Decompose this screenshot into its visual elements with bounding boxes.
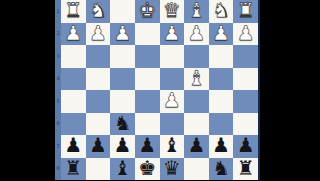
black-pawn-piece: ♟: [89, 135, 107, 155]
square-g5[interactable]: [86, 90, 111, 113]
square-d7[interactable]: ♝: [160, 135, 185, 158]
white-pawn-piece: ♟: [163, 90, 181, 110]
white-pawn-piece: ♟: [89, 23, 107, 43]
square-a5[interactable]: [233, 90, 258, 113]
white-queen-piece: ♛: [163, 0, 181, 20]
square-e2[interactable]: [135, 23, 160, 46]
square-a4[interactable]: [233, 68, 258, 91]
square-h2[interactable]: ♟: [61, 23, 86, 46]
square-a1[interactable]: ♜: [233, 0, 258, 23]
white-pawn-piece: ♟: [114, 23, 132, 43]
square-d8[interactable]: ♛: [160, 158, 185, 181]
square-f6[interactable]: ♞: [110, 113, 135, 136]
square-g1[interactable]: ♞: [86, 0, 111, 23]
black-knight-piece: ♞: [212, 158, 230, 178]
black-pawn-piece: ♟: [187, 135, 205, 155]
black-queen-piece: ♛: [163, 158, 181, 178]
chess-board: ♜♞♚♛♝♞♜♟♟♟♟♟♟♟♝♟♞♟♟♟♟♝♟♟♟♜♝♚♛♞♜: [61, 0, 258, 180]
square-b6[interactable]: [209, 113, 234, 136]
square-e7[interactable]: ♟: [135, 135, 160, 158]
square-f1[interactable]: [110, 0, 135, 23]
black-pawn-piece: ♟: [138, 135, 156, 155]
black-knight-piece: ♞: [114, 113, 132, 133]
square-h3[interactable]: [61, 45, 86, 68]
white-knight-piece: ♞: [212, 0, 230, 20]
square-a7[interactable]: ♟: [233, 135, 258, 158]
square-h6[interactable]: [61, 113, 86, 136]
square-f2[interactable]: ♟: [110, 23, 135, 46]
square-c6[interactable]: [184, 113, 209, 136]
square-c8[interactable]: [184, 158, 209, 181]
white-bishop-piece: ♝: [187, 0, 205, 20]
square-g4[interactable]: [86, 68, 111, 91]
white-pawn-piece: ♟: [64, 23, 82, 43]
square-e8[interactable]: ♚: [135, 158, 160, 181]
square-f5[interactable]: [110, 90, 135, 113]
square-h1[interactable]: ♜: [61, 0, 86, 23]
black-bishop-piece: ♝: [114, 158, 132, 178]
square-e4[interactable]: [135, 68, 160, 91]
white-pawn-piece: ♟: [212, 23, 230, 43]
square-a2[interactable]: ♟: [233, 23, 258, 46]
white-knight-piece: ♞: [89, 0, 107, 20]
square-a8[interactable]: ♜: [233, 158, 258, 181]
square-d2[interactable]: ♟: [160, 23, 185, 46]
black-king-piece: ♚: [138, 158, 156, 178]
square-h5[interactable]: [61, 90, 86, 113]
square-e3[interactable]: [135, 45, 160, 68]
square-c4[interactable]: ♝: [184, 68, 209, 91]
square-e6[interactable]: [135, 113, 160, 136]
white-rook-piece: ♜: [237, 0, 255, 20]
square-d1[interactable]: ♛: [160, 0, 185, 23]
white-king-piece: ♚: [138, 0, 156, 20]
square-f8[interactable]: ♝: [110, 158, 135, 181]
square-f4[interactable]: [110, 68, 135, 91]
square-a3[interactable]: [233, 45, 258, 68]
square-g7[interactable]: ♟: [86, 135, 111, 158]
white-bishop-piece: ♝: [187, 68, 205, 88]
square-d4[interactable]: [160, 68, 185, 91]
black-rook-piece: ♜: [64, 158, 82, 178]
white-pawn-piece: ♟: [187, 23, 205, 43]
square-d5[interactable]: ♟: [160, 90, 185, 113]
black-pawn-piece: ♟: [237, 135, 255, 155]
white-pawn-piece: ♟: [163, 23, 181, 43]
white-rook-piece: ♜: [64, 0, 82, 20]
square-b7[interactable]: ♟: [209, 135, 234, 158]
square-a6[interactable]: [233, 113, 258, 136]
square-g2[interactable]: ♟: [86, 23, 111, 46]
square-h7[interactable]: ♟: [61, 135, 86, 158]
square-b5[interactable]: [209, 90, 234, 113]
square-e1[interactable]: ♚: [135, 0, 160, 23]
square-h8[interactable]: ♜: [61, 158, 86, 181]
white-pawn-piece: ♟: [237, 23, 255, 43]
square-g3[interactable]: [86, 45, 111, 68]
square-b3[interactable]: [209, 45, 234, 68]
square-d3[interactable]: [160, 45, 185, 68]
black-pawn-piece: ♟: [64, 135, 82, 155]
square-c5[interactable]: [184, 90, 209, 113]
square-d6[interactable]: [160, 113, 185, 136]
black-pawn-piece: ♟: [212, 135, 230, 155]
square-e5[interactable]: [135, 90, 160, 113]
square-g6[interactable]: [86, 113, 111, 136]
black-pawn-piece: ♟: [114, 135, 132, 155]
square-h4[interactable]: [61, 68, 86, 91]
square-g8[interactable]: [86, 158, 111, 181]
video-frame: 12345678 ♜♞♚♛♝♞♜♟♟♟♟♟♟♟♝♟♞♟♟♟♟♝♟♟♟♜♝♚♛♞♜: [0, 0, 320, 180]
square-f7[interactable]: ♟: [110, 135, 135, 158]
square-b8[interactable]: ♞: [209, 158, 234, 181]
black-rook-piece: ♜: [237, 158, 255, 178]
square-b4[interactable]: [209, 68, 234, 91]
square-f3[interactable]: [110, 45, 135, 68]
square-c3[interactable]: [184, 45, 209, 68]
square-c2[interactable]: ♟: [184, 23, 209, 46]
square-b1[interactable]: ♞: [209, 0, 234, 23]
square-b2[interactable]: ♟: [209, 23, 234, 46]
square-c1[interactable]: ♝: [184, 0, 209, 23]
square-c7[interactable]: ♟: [184, 135, 209, 158]
board-right-border: [258, 0, 260, 180]
black-bishop-piece: ♝: [163, 135, 181, 155]
